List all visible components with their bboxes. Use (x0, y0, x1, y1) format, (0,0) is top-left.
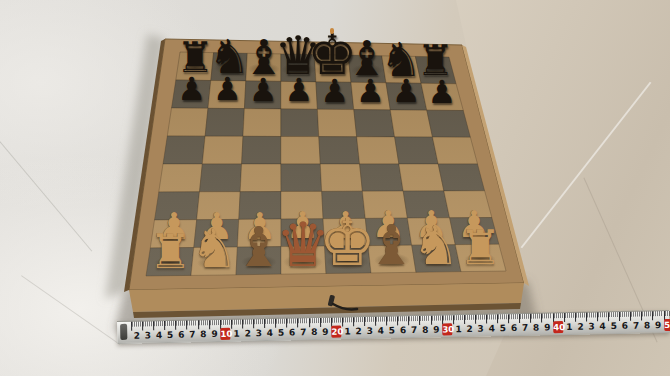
tape-cm-cell: 3 (475, 315, 487, 336)
tape-cm-cell: 6 (508, 314, 520, 335)
scene-chess-set-photo: ♜♞♝♛♚♝♞♜♟♟♟♟♟♟♟♟♟♟♟♟♟♟♟♟♜♞♝♛♚♝♞♜ 2345678… (0, 0, 670, 376)
tape-mm-ticks (165, 321, 174, 326)
tape-number: 9 (653, 321, 664, 330)
tape-number: 2 (353, 327, 364, 336)
tape-cm-cell: 8 (530, 313, 542, 334)
tape-number: 6 (619, 322, 630, 331)
tape-mm-ticks (609, 312, 618, 317)
tape-cm-cell: 8 (641, 311, 653, 332)
square-f5[interactable] (357, 137, 399, 164)
tape-number: 4 (597, 322, 608, 331)
piece-black-pawn-c7[interactable]: ♟ (247, 74, 279, 106)
tape-mm-ticks (221, 320, 230, 325)
tape-cm-cell: 9 (652, 311, 664, 332)
square-e5[interactable] (319, 137, 360, 164)
piece-black-pawn-d7[interactable]: ♟ (283, 74, 315, 106)
tape-number: 5 (164, 331, 175, 340)
square-c5[interactable] (242, 136, 281, 164)
tape-number: 8 (420, 326, 431, 335)
tape-end-hook (120, 324, 127, 340)
tape-number: 1 (453, 325, 464, 334)
square-d5[interactable] (281, 137, 320, 165)
tape-cm-cell: 4 (486, 314, 498, 335)
tape-mm-ticks (254, 319, 263, 324)
tape-mm-ticks (343, 317, 352, 322)
tape-mm-ticks (232, 320, 241, 325)
tape-cm-cell: 1 (564, 313, 576, 334)
tape-mm-ticks (431, 316, 440, 321)
tape-mm-ticks (454, 315, 463, 320)
tape-cm-cell: 7 (630, 311, 642, 332)
tape-cm-cell: 2 (242, 319, 254, 340)
tape-cm-cell: 6 (619, 312, 631, 333)
tape-cm-cell: 1 (453, 315, 465, 336)
tape-cm-cell: 9 (541, 313, 553, 334)
tape-cm-cell: 20 (331, 317, 343, 338)
tape-number: 6 (508, 324, 519, 333)
tape-number: 9 (320, 328, 331, 337)
square-b6[interactable] (205, 108, 244, 136)
tape-number: 7 (187, 330, 198, 339)
tape-cm-cell: 4 (375, 317, 387, 338)
tape-number: 2 (575, 323, 586, 332)
tape-mm-ticks (498, 314, 507, 319)
square-a6[interactable] (167, 108, 208, 136)
tape-cm-cell: 4 (264, 319, 276, 340)
tape-cm-cell: 9 (209, 320, 221, 341)
tape-mm-ticks (354, 317, 363, 322)
tape-mm-ticks (664, 311, 670, 316)
piece-black-pawn-e7[interactable]: ♟ (319, 75, 351, 107)
tape-cm-cell: 5 (608, 312, 620, 333)
piece-black-pawn-f7[interactable]: ♟ (354, 75, 386, 107)
tape-number: 9 (431, 325, 442, 334)
tape-number: 6 (397, 326, 408, 335)
tape-number: 9 (542, 323, 553, 332)
tape-number: 1 (564, 323, 575, 332)
tape-number: 8 (309, 328, 320, 337)
tape-mm-ticks (465, 315, 474, 320)
tape-mm-ticks (443, 315, 452, 320)
tape-cm-cell: 5 (386, 316, 398, 337)
tape-cm-cell: 2 (464, 315, 476, 336)
piece-black-pawn-g7[interactable]: ♟ (390, 75, 422, 107)
square-c6[interactable] (243, 109, 281, 137)
square-a5[interactable] (163, 136, 205, 164)
tape-mm-ticks (199, 320, 208, 325)
tape-cm-cell: 7 (519, 314, 531, 335)
square-c4[interactable] (240, 164, 281, 192)
piece-white-knight-g1[interactable]: ♞ (410, 219, 463, 272)
tape-cm-cell: 2 (353, 317, 365, 338)
tape-number: 40 (553, 321, 563, 333)
tape-cm-cell: 1 (231, 319, 243, 340)
tape-mm-ticks (265, 319, 274, 324)
tape-mm-ticks (642, 311, 651, 316)
tape-cm-cell: 7 (297, 318, 309, 339)
tape-cm-cell: 40 (552, 313, 564, 334)
tape-mm-ticks (509, 314, 518, 319)
square-h4[interactable] (438, 164, 484, 191)
piece-black-pawn-b7[interactable]: ♟ (211, 73, 243, 105)
tape-number: 3 (586, 322, 597, 331)
tape-number: 2 (464, 325, 475, 334)
square-b4[interactable] (200, 164, 242, 192)
square-a4[interactable] (159, 164, 203, 192)
tape-cm-cell: 8 (198, 320, 210, 341)
tape-mm-ticks (132, 322, 141, 327)
tape-mm-ticks (154, 321, 163, 326)
tape-cm-cell: 8 (419, 316, 431, 337)
tape-number: 4 (375, 327, 386, 336)
tape-cm-cell: 6 (286, 318, 298, 339)
tape-number: 3 (253, 329, 264, 338)
tape-number: 2 (242, 329, 253, 338)
square-g4[interactable] (399, 164, 444, 191)
tape-mm-ticks (365, 317, 374, 322)
square-h5[interactable] (433, 137, 478, 164)
square-h6[interactable] (427, 110, 471, 137)
tape-number: 3 (475, 325, 486, 334)
tape-mm-ticks (321, 318, 330, 323)
tape-cm-cell: 8 (308, 318, 320, 339)
tape-number: 7 (630, 321, 641, 330)
tape-mm-ticks (298, 318, 307, 323)
tape-number: 30 (442, 323, 452, 335)
tape-cm-cell: 4 (597, 312, 609, 333)
tape-mm-ticks (332, 318, 341, 323)
tape-number: 20 (331, 325, 341, 337)
tape-cm-cell: 9 (320, 318, 332, 339)
tape-mm-ticks (598, 312, 607, 317)
square-g5[interactable] (395, 137, 439, 164)
tape-cm-cell: 2 (131, 321, 143, 342)
square-e4[interactable] (320, 164, 362, 191)
tape-cm-cell: 3 (364, 317, 376, 338)
tape-mm-ticks (276, 319, 285, 324)
tape-number: 3 (364, 327, 375, 336)
tape-mm-ticks (409, 316, 418, 321)
tape-number: 9 (209, 330, 220, 339)
tape-cm-cell: 4 (153, 321, 165, 342)
tape-number: 7 (298, 328, 309, 337)
square-d4[interactable] (281, 164, 322, 192)
tape-mm-ticks (565, 313, 574, 318)
tape-cm-cell: 7 (408, 316, 420, 337)
tape-number: 1 (342, 327, 353, 336)
tape-mm-ticks (420, 316, 429, 321)
piece-white-rook-h1[interactable]: ♜ (456, 223, 504, 271)
tape-mm-ticks (487, 314, 496, 319)
tape-cm-cell: 5 (164, 321, 176, 342)
square-d6[interactable] (281, 109, 319, 137)
tape-cm-cell: 3 (142, 321, 154, 342)
tape-mm-ticks (210, 320, 219, 325)
tape-cm-cell: 7 (186, 320, 198, 341)
tape-mm-ticks (553, 313, 562, 318)
tape-cm-cell: 1 (342, 317, 354, 338)
tape-number: 50 (664, 319, 670, 331)
piece-black-pawn-h7[interactable]: ♟ (426, 76, 458, 108)
square-e6[interactable] (317, 109, 356, 137)
tape-mm-ticks (176, 321, 185, 326)
tape-number: 8 (531, 323, 542, 332)
tape-number: 5 (275, 329, 286, 338)
tape-mm-ticks (309, 318, 318, 323)
tape-mm-ticks (576, 313, 585, 318)
tape-number: 8 (198, 330, 209, 339)
tape-number: 8 (641, 321, 652, 330)
tape-number: 4 (153, 331, 164, 340)
tape-number: 5 (497, 324, 508, 333)
tape-mm-ticks (187, 320, 196, 325)
tape-cm-cell: 3 (586, 312, 598, 333)
tape-mm-ticks (531, 314, 540, 319)
tape-number: 5 (608, 322, 619, 331)
tape-mm-ticks (620, 312, 629, 317)
tape-cm-cell: 6 (175, 321, 187, 342)
square-b5[interactable] (202, 136, 243, 164)
piece-black-pawn-a7[interactable]: ♟ (176, 73, 208, 105)
tape-mm-ticks (520, 314, 529, 319)
tape-cm-cell: 2 (575, 313, 587, 334)
tape-mm-ticks (476, 315, 485, 320)
tape-cm-cell: 5 (275, 319, 287, 340)
tape-mm-ticks (587, 312, 596, 317)
tape-number: 6 (286, 328, 297, 337)
square-g6[interactable] (390, 110, 432, 137)
tape-cm-cell: 10 (220, 320, 232, 341)
tape-cm-cell: 3 (253, 319, 265, 340)
tape-number: 10 (220, 328, 230, 340)
tape-mm-ticks (143, 321, 152, 326)
tape-mm-ticks (387, 316, 396, 321)
tape-mm-ticks (653, 311, 662, 316)
tape-mm-ticks (542, 313, 551, 318)
tape-number: 2 (131, 331, 142, 340)
tape-cm-cell: 9 (430, 315, 442, 336)
square-f6[interactable] (354, 110, 395, 137)
tape-mm-ticks (243, 319, 252, 324)
tape-mm-ticks (398, 316, 407, 321)
tape-number: 5 (386, 326, 397, 335)
square-f4[interactable] (360, 164, 404, 191)
tape-mm-ticks (287, 318, 296, 323)
tape-number: 1 (231, 329, 242, 338)
tape-cm-cell: 5 (497, 314, 509, 335)
tape-number: 4 (486, 324, 497, 333)
tape-mm-ticks (631, 311, 640, 316)
tape-cm-cell: 30 (442, 315, 454, 336)
tape-number: 4 (264, 329, 275, 338)
tape-mm-ticks (376, 317, 385, 322)
tape-cm-cell: 50 (663, 311, 670, 332)
tape-number: 7 (519, 324, 530, 333)
tape-cm-cell: 6 (397, 316, 409, 337)
tape-number: 6 (176, 331, 187, 340)
tape-number: 7 (409, 326, 420, 335)
tape-number: 3 (142, 331, 153, 340)
